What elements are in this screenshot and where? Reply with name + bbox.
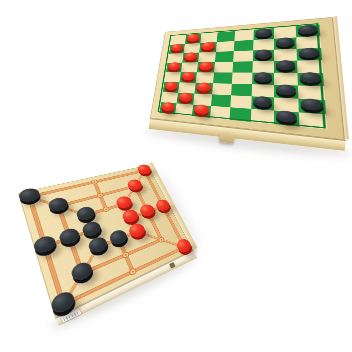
checkers-piece-black[interactable] [300,72,322,83]
product-photo-stage [0,0,352,352]
checkers-board-latch [219,132,235,144]
checkers-piece-black[interactable] [276,60,295,70]
